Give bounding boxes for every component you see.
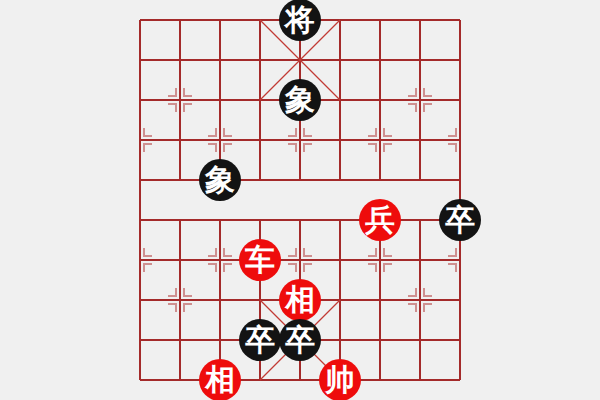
- piece-layer: 将象象兵卒车相卒卒相帅: [120, 0, 480, 400]
- black-elephant[interactable]: 象: [199, 159, 241, 201]
- black-soldier[interactable]: 卒: [439, 199, 481, 241]
- red-elephant[interactable]: 相: [279, 279, 321, 321]
- red-soldier[interactable]: 兵: [359, 199, 401, 241]
- red-chariot[interactable]: 车: [239, 239, 281, 281]
- black-elephant[interactable]: 象: [279, 79, 321, 121]
- black-general[interactable]: 将: [279, 0, 321, 41]
- red-elephant[interactable]: 相: [199, 359, 241, 400]
- xiangqi-board: 将象象兵卒车相卒卒相帅: [0, 0, 600, 400]
- black-soldier[interactable]: 卒: [279, 319, 321, 361]
- red-general[interactable]: 帅: [319, 359, 361, 400]
- black-soldier[interactable]: 卒: [239, 319, 281, 361]
